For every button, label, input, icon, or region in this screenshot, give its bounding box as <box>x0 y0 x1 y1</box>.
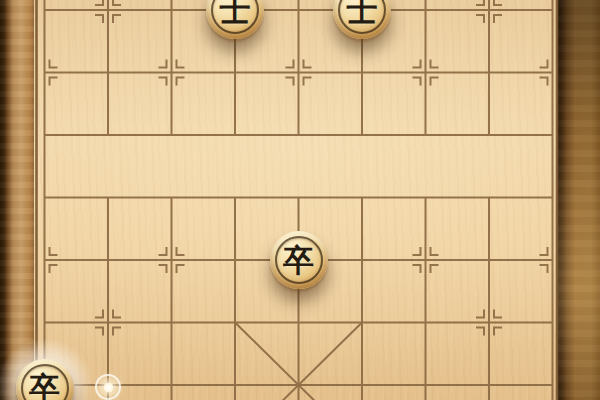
piece-glyph: 士 <box>333 0 391 39</box>
piece-black-advisor-right[interactable]: 士 <box>333 0 391 39</box>
piece-black-advisor-left[interactable]: 士 <box>206 0 264 39</box>
board-frame-left <box>0 0 34 400</box>
xiangqi-board[interactable]: 士 士 卒 卒 <box>0 0 600 400</box>
move-hint-core <box>103 382 114 393</box>
piece-black-soldier-center[interactable]: 卒 <box>270 231 328 289</box>
board-wood-surface <box>0 0 600 400</box>
piece-glyph: 卒 <box>16 359 74 400</box>
piece-glyph: 卒 <box>270 231 328 289</box>
move-hint-dot[interactable] <box>93 372 123 400</box>
piece-black-soldier-edge-selected[interactable]: 卒 <box>16 359 74 400</box>
piece-glyph: 士 <box>206 0 264 39</box>
board-frame-right <box>557 0 600 400</box>
